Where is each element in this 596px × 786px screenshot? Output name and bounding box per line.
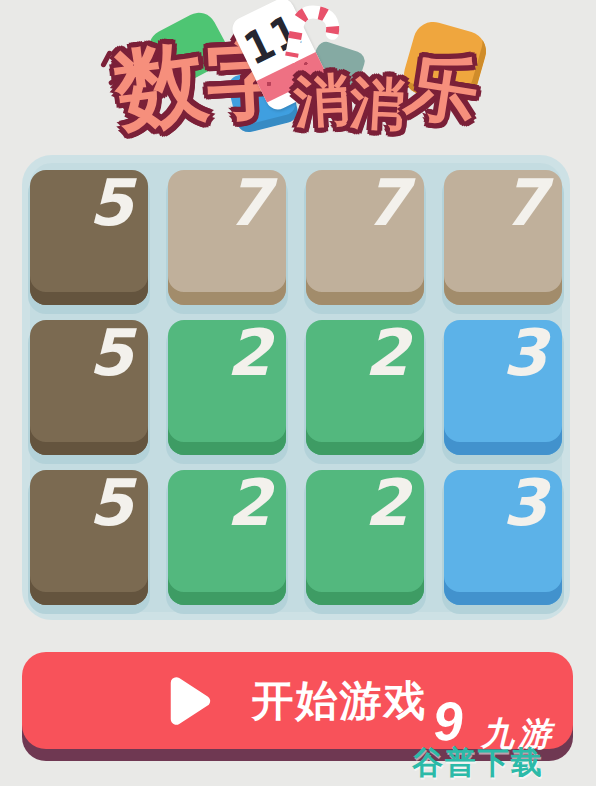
tile-5-r0c0[interactable]: 5 (30, 170, 148, 305)
tile-7-r0c3[interactable]: 7 (444, 170, 562, 305)
tile-number: 2 (364, 316, 409, 390)
tile-2-r1c2[interactable]: 2 (306, 320, 424, 455)
game-screen: 11 数字 消消乐 577752235223 开始游戏 9 九游 谷普下载 (0, 0, 596, 786)
board-cell-r2c2: 2 (306, 470, 424, 605)
tile-number: 2 (364, 466, 409, 540)
tile-2-r2c2[interactable]: 2 (306, 470, 424, 605)
tile-3-r2c3[interactable]: 3 (444, 470, 562, 605)
logo-text-right: 消消乐 (294, 48, 478, 144)
gupu-download-watermark: 谷普下载 (412, 742, 544, 784)
tile-number: 7 (226, 166, 271, 240)
game-board: 577752235223 (22, 155, 570, 620)
tile-5-r1c0[interactable]: 5 (30, 320, 148, 455)
game-logo: 11 数字 消消乐 (0, 0, 596, 158)
board-cell-r0c0: 5 (30, 170, 148, 305)
tile-number: 7 (364, 166, 409, 240)
board-cell-r0c1: 7 (168, 170, 286, 305)
board-cell-r2c3: 3 (444, 470, 562, 605)
tile-number: 5 (88, 466, 133, 540)
tile-2-r1c1[interactable]: 2 (168, 320, 286, 455)
board-cell-r0c3: 7 (444, 170, 562, 305)
tile-number: 5 (88, 316, 133, 390)
start-button-label: 开始游戏 (252, 673, 428, 729)
tile-number: 3 (502, 466, 547, 540)
tile-number: 3 (502, 316, 547, 390)
tile-3-r1c3[interactable]: 3 (444, 320, 562, 455)
board-cell-r1c1: 2 (168, 320, 286, 455)
board-grid: 577752235223 (30, 170, 562, 605)
logo-character: 消 (348, 66, 408, 145)
board-cell-r2c0: 5 (30, 470, 148, 605)
tile-5-r2c0[interactable]: 5 (30, 470, 148, 605)
tile-number: 5 (88, 166, 133, 240)
logo-character: 乐 (399, 37, 485, 143)
tile-2-r2c1[interactable]: 2 (168, 470, 286, 605)
logo-character: 消 (292, 63, 352, 142)
board-cell-r1c3: 3 (444, 320, 562, 455)
tile-number: 7 (502, 166, 547, 240)
board-cell-r0c2: 7 (306, 170, 424, 305)
logo-character: 数 (108, 20, 214, 153)
board-cell-r1c2: 2 (306, 320, 424, 455)
tile-7-r0c1[interactable]: 7 (168, 170, 286, 305)
play-icon (168, 675, 212, 727)
board-cell-r1c0: 5 (30, 320, 148, 455)
tile-number: 2 (226, 466, 271, 540)
tile-7-r0c2[interactable]: 7 (306, 170, 424, 305)
board-cell-r2c1: 2 (168, 470, 286, 605)
tile-number: 2 (226, 316, 271, 390)
